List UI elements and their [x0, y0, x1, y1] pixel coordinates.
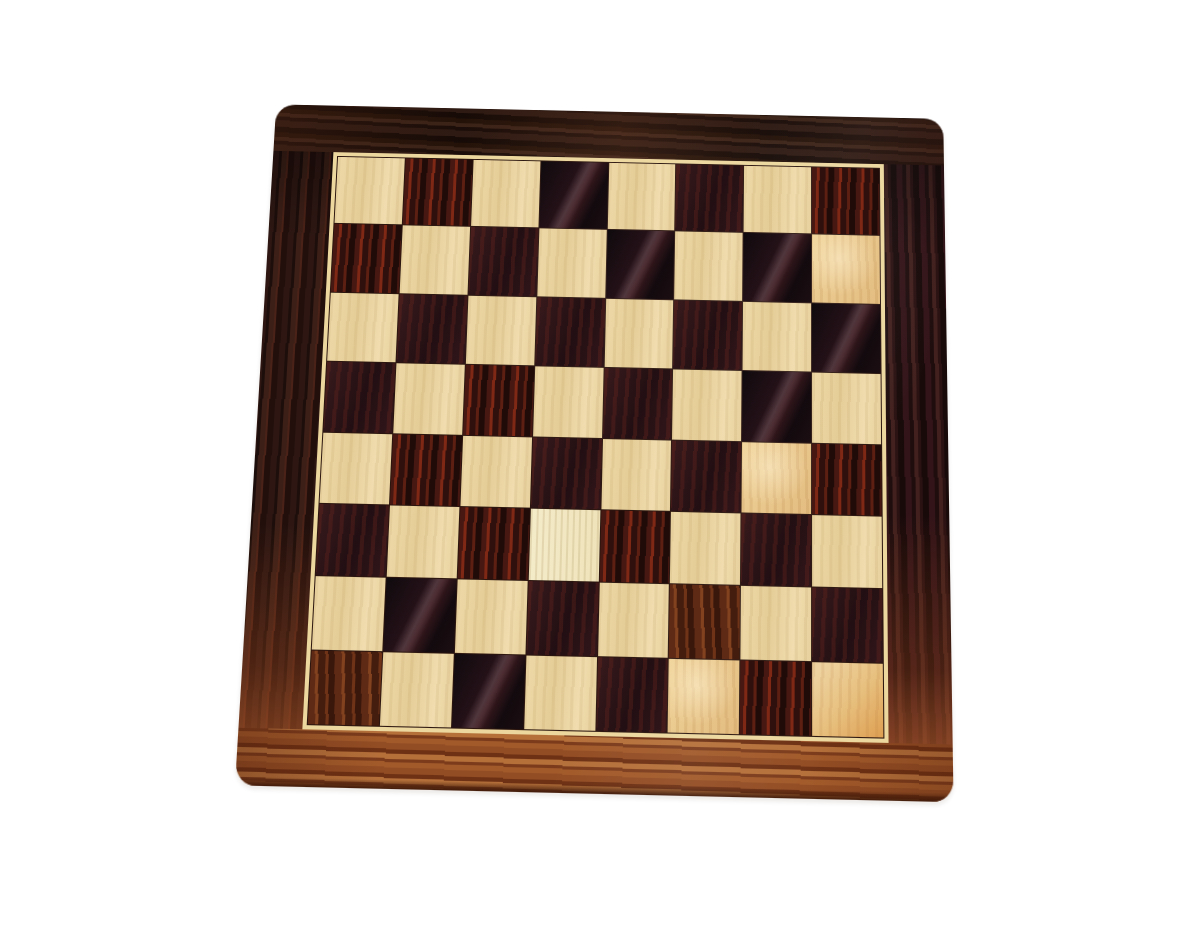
square-f3 [670, 512, 741, 585]
square-a4 [320, 432, 393, 504]
square-f4 [671, 440, 741, 512]
square-b1 [380, 652, 454, 728]
square-b3 [387, 505, 460, 578]
square-d4 [531, 437, 602, 509]
square-e6 [604, 299, 673, 369]
square-f2 [669, 585, 740, 660]
square-g6 [743, 302, 811, 372]
square-g4 [742, 442, 811, 514]
square-e1 [596, 657, 668, 733]
square-c5 [463, 365, 534, 436]
square-d6 [535, 297, 605, 367]
square-c4 [460, 435, 531, 507]
board-squares [307, 156, 885, 739]
square-b5 [393, 363, 464, 434]
square-a8 [334, 157, 404, 225]
board-frame-right [884, 164, 953, 744]
square-e7 [606, 230, 675, 299]
square-g3 [741, 513, 811, 586]
square-c1 [452, 653, 525, 729]
square-a6 [327, 292, 398, 362]
square-b8 [403, 158, 473, 226]
square-c3 [457, 507, 529, 580]
square-e4 [601, 439, 671, 511]
chess-board [235, 104, 954, 802]
square-a1 [308, 650, 382, 726]
square-b6 [396, 294, 467, 364]
square-g5 [742, 371, 811, 442]
square-h3 [812, 515, 882, 588]
square-h5 [812, 373, 881, 444]
square-e8 [607, 163, 675, 231]
square-f7 [675, 232, 743, 301]
square-b2 [383, 578, 456, 652]
square-h1 [812, 662, 883, 738]
product-photo [0, 0, 1200, 925]
square-c2 [455, 580, 528, 654]
square-g1 [740, 660, 811, 736]
square-e5 [603, 368, 673, 439]
square-a3 [316, 504, 389, 577]
square-f6 [673, 300, 742, 370]
square-g7 [743, 233, 811, 302]
board-fillet [302, 152, 888, 743]
square-a5 [323, 362, 395, 433]
square-c7 [468, 227, 538, 296]
square-d7 [537, 229, 606, 298]
square-f1 [668, 658, 740, 734]
square-d5 [533, 366, 603, 437]
square-g8 [744, 166, 811, 234]
square-d1 [524, 655, 597, 731]
square-h7 [812, 235, 880, 304]
square-a7 [331, 224, 402, 293]
square-b7 [400, 226, 470, 295]
square-h8 [812, 167, 879, 235]
square-a2 [312, 576, 386, 650]
square-g2 [741, 586, 812, 661]
square-c8 [471, 160, 540, 228]
square-d2 [526, 581, 598, 655]
square-h2 [812, 588, 883, 663]
square-b4 [390, 434, 462, 506]
square-e2 [598, 583, 670, 657]
square-e3 [599, 510, 670, 583]
square-h6 [812, 303, 880, 373]
square-h4 [812, 443, 881, 515]
square-d8 [539, 161, 608, 229]
square-f5 [672, 370, 741, 441]
square-d3 [528, 509, 600, 582]
square-c6 [466, 296, 536, 366]
square-f8 [676, 164, 744, 232]
